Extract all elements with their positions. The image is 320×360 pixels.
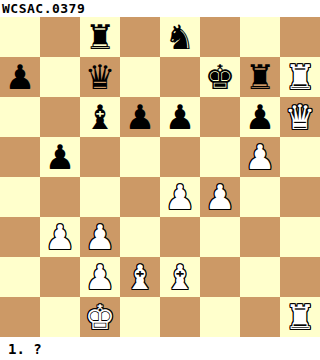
piece-black-rook[interactable]: ♜ — [85, 17, 115, 57]
piece-white-pawn[interactable]: ♟ — [165, 177, 195, 217]
square-f1[interactable] — [200, 297, 240, 337]
square-h2[interactable] — [280, 257, 320, 297]
piece-white-queen[interactable]: ♛ — [285, 97, 315, 137]
square-d2[interactable]: ♝ — [120, 257, 160, 297]
square-d1[interactable] — [120, 297, 160, 337]
piece-black-rook[interactable]: ♜ — [245, 57, 275, 97]
square-c5[interactable] — [80, 137, 120, 177]
square-h3[interactable] — [280, 217, 320, 257]
square-h1[interactable]: ♜ — [280, 297, 320, 337]
piece-black-bishop[interactable]: ♝ — [85, 97, 115, 137]
square-a2[interactable] — [0, 257, 40, 297]
piece-white-pawn[interactable]: ♟ — [205, 177, 235, 217]
square-d5[interactable] — [120, 137, 160, 177]
piece-white-rook[interactable]: ♜ — [285, 297, 315, 337]
square-c8[interactable]: ♜ — [80, 17, 120, 57]
square-b2[interactable] — [40, 257, 80, 297]
square-b8[interactable] — [40, 17, 80, 57]
square-d4[interactable] — [120, 177, 160, 217]
square-g5[interactable]: ♟ — [240, 137, 280, 177]
square-g7[interactable]: ♜ — [240, 57, 280, 97]
piece-white-king[interactable]: ♚ — [85, 297, 115, 337]
square-a8[interactable] — [0, 17, 40, 57]
square-b7[interactable] — [40, 57, 80, 97]
piece-black-pawn[interactable]: ♟ — [5, 57, 35, 97]
piece-black-pawn[interactable]: ♟ — [165, 97, 195, 137]
square-c3[interactable]: ♟ — [80, 217, 120, 257]
square-f6[interactable] — [200, 97, 240, 137]
square-b6[interactable] — [40, 97, 80, 137]
piece-black-pawn[interactable]: ♟ — [45, 137, 75, 177]
square-d3[interactable] — [120, 217, 160, 257]
square-b4[interactable] — [40, 177, 80, 217]
square-d7[interactable] — [120, 57, 160, 97]
square-c2[interactable]: ♟ — [80, 257, 120, 297]
piece-black-pawn[interactable]: ♟ — [125, 97, 155, 137]
square-h8[interactable] — [280, 17, 320, 57]
piece-black-king[interactable]: ♚ — [205, 57, 235, 97]
square-g2[interactable] — [240, 257, 280, 297]
square-e7[interactable] — [160, 57, 200, 97]
square-a1[interactable] — [0, 297, 40, 337]
piece-white-pawn[interactable]: ♟ — [45, 217, 75, 257]
square-e8[interactable]: ♞ — [160, 17, 200, 57]
square-g6[interactable]: ♟ — [240, 97, 280, 137]
chess-puzzle-page: WCSAC.0379 ♜♞♟♛♚♜♜♝♟♟♟♛♟♟♟♟♟♟♟♝♝♚♜ 1. ? — [0, 0, 320, 360]
square-e6[interactable]: ♟ — [160, 97, 200, 137]
square-h7[interactable]: ♜ — [280, 57, 320, 97]
chess-board: ♜♞♟♛♚♜♜♝♟♟♟♛♟♟♟♟♟♟♟♝♝♚♜ — [0, 17, 320, 337]
square-a3[interactable] — [0, 217, 40, 257]
square-e5[interactable] — [160, 137, 200, 177]
square-g1[interactable] — [240, 297, 280, 337]
square-h6[interactable]: ♛ — [280, 97, 320, 137]
piece-white-bishop[interactable]: ♝ — [125, 257, 155, 297]
square-b5[interactable]: ♟ — [40, 137, 80, 177]
piece-white-bishop[interactable]: ♝ — [165, 257, 195, 297]
square-b1[interactable] — [40, 297, 80, 337]
square-a5[interactable] — [0, 137, 40, 177]
piece-white-pawn[interactable]: ♟ — [85, 257, 115, 297]
piece-black-knight[interactable]: ♞ — [165, 17, 195, 57]
square-f2[interactable] — [200, 257, 240, 297]
square-c6[interactable]: ♝ — [80, 97, 120, 137]
move-prompt: 1. ? — [0, 337, 320, 360]
square-f8[interactable] — [200, 17, 240, 57]
square-g8[interactable] — [240, 17, 280, 57]
piece-white-pawn[interactable]: ♟ — [85, 217, 115, 257]
piece-white-pawn[interactable]: ♟ — [245, 137, 275, 177]
square-f5[interactable] — [200, 137, 240, 177]
square-f3[interactable] — [200, 217, 240, 257]
square-f4[interactable]: ♟ — [200, 177, 240, 217]
square-h4[interactable] — [280, 177, 320, 217]
square-c4[interactable] — [80, 177, 120, 217]
square-e3[interactable] — [160, 217, 200, 257]
square-f7[interactable]: ♚ — [200, 57, 240, 97]
square-b3[interactable]: ♟ — [40, 217, 80, 257]
square-c7[interactable]: ♛ — [80, 57, 120, 97]
square-a6[interactable] — [0, 97, 40, 137]
square-a4[interactable] — [0, 177, 40, 217]
square-g4[interactable] — [240, 177, 280, 217]
puzzle-id: WCSAC.0379 — [0, 0, 320, 17]
piece-white-rook[interactable]: ♜ — [285, 57, 315, 97]
piece-black-queen[interactable]: ♛ — [85, 57, 115, 97]
square-e1[interactable] — [160, 297, 200, 337]
square-g3[interactable] — [240, 217, 280, 257]
square-a7[interactable]: ♟ — [0, 57, 40, 97]
square-h5[interactable] — [280, 137, 320, 177]
square-c1[interactable]: ♚ — [80, 297, 120, 337]
piece-black-pawn[interactable]: ♟ — [245, 97, 275, 137]
square-d6[interactable]: ♟ — [120, 97, 160, 137]
square-d8[interactable] — [120, 17, 160, 57]
square-e4[interactable]: ♟ — [160, 177, 200, 217]
square-e2[interactable]: ♝ — [160, 257, 200, 297]
